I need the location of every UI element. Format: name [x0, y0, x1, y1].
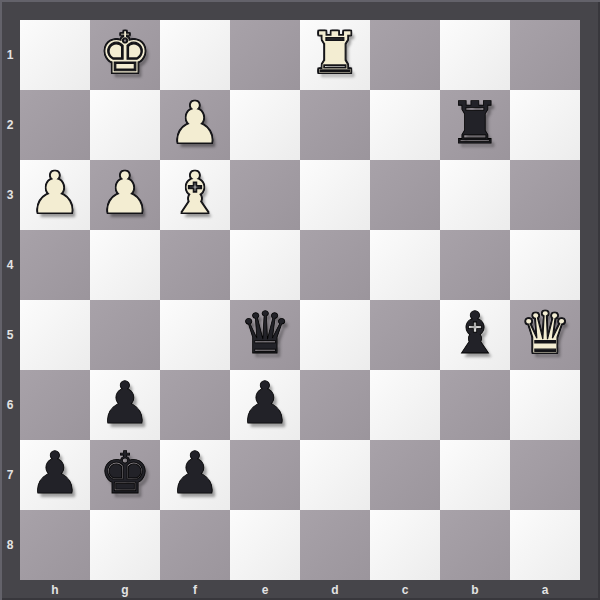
- square-d2[interactable]: [300, 90, 370, 160]
- square-g1[interactable]: ♚: [90, 20, 160, 90]
- square-g7[interactable]: ♚: [90, 440, 160, 510]
- rank-label-7: 7: [0, 440, 20, 510]
- square-a5[interactable]: ♛: [510, 300, 580, 370]
- square-e7[interactable]: [230, 440, 300, 510]
- file-label-g: g: [90, 580, 160, 600]
- square-d3[interactable]: [300, 160, 370, 230]
- square-c6[interactable]: [370, 370, 440, 440]
- square-f5[interactable]: [160, 300, 230, 370]
- square-b6[interactable]: [440, 370, 510, 440]
- square-a2[interactable]: [510, 90, 580, 160]
- square-c1[interactable]: [370, 20, 440, 90]
- white-pawn-h3[interactable]: ♟: [29, 164, 81, 222]
- square-e3[interactable]: [230, 160, 300, 230]
- file-label-h: h: [20, 580, 90, 600]
- black-pawn-g6[interactable]: ♟: [99, 374, 151, 432]
- square-g4[interactable]: [90, 230, 160, 300]
- black-queen-e5[interactable]: ♛: [239, 304, 291, 362]
- square-h8[interactable]: [20, 510, 90, 580]
- white-king-g1[interactable]: ♚: [99, 24, 151, 82]
- square-d4[interactable]: [300, 230, 370, 300]
- square-f6[interactable]: [160, 370, 230, 440]
- square-g6[interactable]: ♟: [90, 370, 160, 440]
- black-bishop-b5[interactable]: ♝: [449, 304, 501, 362]
- rank-label-3: 3: [0, 160, 20, 230]
- file-label-f: f: [160, 580, 230, 600]
- square-h2[interactable]: [20, 90, 90, 160]
- square-c5[interactable]: [370, 300, 440, 370]
- file-label-d: d: [300, 580, 370, 600]
- square-f7[interactable]: ♟: [160, 440, 230, 510]
- square-g2[interactable]: [90, 90, 160, 160]
- square-f8[interactable]: [160, 510, 230, 580]
- square-d5[interactable]: [300, 300, 370, 370]
- rank-label-5: 5: [0, 300, 20, 370]
- square-c8[interactable]: [370, 510, 440, 580]
- white-pawn-g3[interactable]: ♟: [99, 164, 151, 222]
- square-h7[interactable]: ♟: [20, 440, 90, 510]
- black-pawn-h7[interactable]: ♟: [29, 444, 81, 502]
- black-pawn-f7[interactable]: ♟: [169, 444, 221, 502]
- file-labels: hgfedcba: [20, 580, 580, 600]
- square-b5[interactable]: ♝: [440, 300, 510, 370]
- chess-diagram-frame: 12345678 hgfedcba ♚♜♟♜♟♟♝♛♝♛♟♟♟♚♟: [0, 0, 600, 600]
- square-c2[interactable]: [370, 90, 440, 160]
- chess-board[interactable]: ♚♜♟♜♟♟♝♛♝♛♟♟♟♚♟: [20, 20, 580, 580]
- square-c7[interactable]: [370, 440, 440, 510]
- square-a6[interactable]: [510, 370, 580, 440]
- square-d7[interactable]: [300, 440, 370, 510]
- square-c4[interactable]: [370, 230, 440, 300]
- rank-label-2: 2: [0, 90, 20, 160]
- white-rook-d1[interactable]: ♜: [309, 24, 361, 82]
- square-e2[interactable]: [230, 90, 300, 160]
- square-d8[interactable]: [300, 510, 370, 580]
- square-d1[interactable]: ♜: [300, 20, 370, 90]
- square-a1[interactable]: [510, 20, 580, 90]
- file-label-e: e: [230, 580, 300, 600]
- file-label-b: b: [440, 580, 510, 600]
- square-e6[interactable]: ♟: [230, 370, 300, 440]
- square-e5[interactable]: ♛: [230, 300, 300, 370]
- square-e4[interactable]: [230, 230, 300, 300]
- black-pawn-e6[interactable]: ♟: [239, 374, 291, 432]
- rank-label-8: 8: [0, 510, 20, 580]
- black-rook-b2[interactable]: ♜: [449, 94, 501, 152]
- square-h1[interactable]: [20, 20, 90, 90]
- square-h5[interactable]: [20, 300, 90, 370]
- square-a3[interactable]: [510, 160, 580, 230]
- square-g8[interactable]: [90, 510, 160, 580]
- square-b7[interactable]: [440, 440, 510, 510]
- white-pawn-f2[interactable]: ♟: [169, 94, 221, 152]
- square-c3[interactable]: [370, 160, 440, 230]
- square-e1[interactable]: [230, 20, 300, 90]
- file-label-a: a: [510, 580, 580, 600]
- rank-label-6: 6: [0, 370, 20, 440]
- square-b2[interactable]: ♜: [440, 90, 510, 160]
- rank-labels: 12345678: [0, 20, 20, 580]
- square-g5[interactable]: [90, 300, 160, 370]
- black-king-g7[interactable]: ♚: [99, 444, 151, 502]
- square-b3[interactable]: [440, 160, 510, 230]
- square-g3[interactable]: ♟: [90, 160, 160, 230]
- square-h6[interactable]: [20, 370, 90, 440]
- square-a8[interactable]: [510, 510, 580, 580]
- square-f2[interactable]: ♟: [160, 90, 230, 160]
- square-b1[interactable]: [440, 20, 510, 90]
- square-b4[interactable]: [440, 230, 510, 300]
- file-label-c: c: [370, 580, 440, 600]
- square-f4[interactable]: [160, 230, 230, 300]
- square-h4[interactable]: [20, 230, 90, 300]
- square-d6[interactable]: [300, 370, 370, 440]
- square-f1[interactable]: [160, 20, 230, 90]
- square-h3[interactable]: ♟: [20, 160, 90, 230]
- square-b8[interactable]: [440, 510, 510, 580]
- square-a7[interactable]: [510, 440, 580, 510]
- rank-label-1: 1: [0, 20, 20, 90]
- square-a4[interactable]: [510, 230, 580, 300]
- white-queen-a5[interactable]: ♛: [519, 304, 571, 362]
- white-bishop-f3[interactable]: ♝: [169, 164, 221, 222]
- square-f3[interactable]: ♝: [160, 160, 230, 230]
- square-e8[interactable]: [230, 510, 300, 580]
- rank-label-4: 4: [0, 230, 20, 300]
